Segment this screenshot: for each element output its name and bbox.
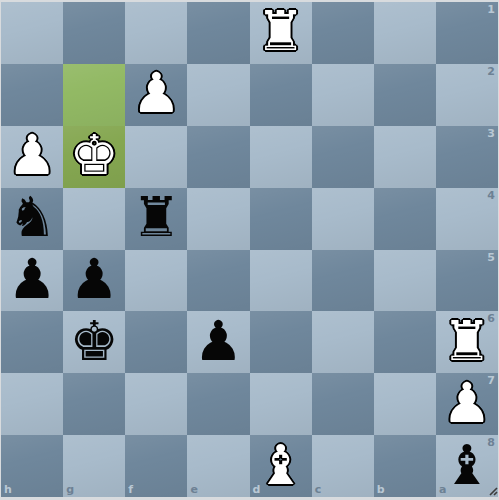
square-g5[interactable]: ♟: [63, 250, 125, 312]
square-d5[interactable]: [250, 250, 312, 312]
square-e4[interactable]: [187, 188, 249, 250]
square-c7[interactable]: [312, 373, 374, 435]
black-king: ♚: [70, 314, 119, 369]
board-resize-handle-icon[interactable]: [487, 485, 498, 496]
square-a3[interactable]: 3: [436, 126, 498, 188]
square-b2[interactable]: [374, 64, 436, 126]
black-knight: ♞: [7, 190, 56, 245]
black-pawn: ♟: [70, 252, 119, 307]
square-c5[interactable]: [312, 250, 374, 312]
square-e8[interactable]: e: [187, 435, 249, 497]
square-d7[interactable]: [250, 373, 312, 435]
square-d6[interactable]: [250, 311, 312, 373]
square-h6[interactable]: [1, 311, 63, 373]
white-pawn: ♟: [7, 128, 56, 183]
square-d8[interactable]: ♝d: [250, 435, 312, 497]
square-f2[interactable]: ♟: [125, 64, 187, 126]
square-a6[interactable]: ♜6: [436, 311, 498, 373]
square-b4[interactable]: [374, 188, 436, 250]
file-label-h: h: [4, 483, 12, 496]
rank-label-4: 4: [487, 189, 495, 202]
square-h5[interactable]: ♟: [1, 250, 63, 312]
square-c3[interactable]: [312, 126, 374, 188]
black-pawn: ♟: [7, 252, 56, 307]
square-a2[interactable]: 2: [436, 64, 498, 126]
square-f8[interactable]: f: [125, 435, 187, 497]
square-h2[interactable]: [1, 64, 63, 126]
square-h7[interactable]: [1, 373, 63, 435]
square-b8[interactable]: b: [374, 435, 436, 497]
square-a5[interactable]: 5: [436, 250, 498, 312]
square-d3[interactable]: [250, 126, 312, 188]
file-label-e: e: [190, 483, 197, 496]
square-e3[interactable]: [187, 126, 249, 188]
white-bishop: ♝: [256, 438, 305, 493]
square-g8[interactable]: g: [63, 435, 125, 497]
square-d2[interactable]: [250, 64, 312, 126]
square-g4[interactable]: [63, 188, 125, 250]
square-f4[interactable]: ♜: [125, 188, 187, 250]
white-pawn: ♟: [442, 376, 491, 431]
chess-board-screenshot: ♜1♟2♟♚3♞♜4♟♟5♚♟♜6♟7hgfe♝dcb♝a8: [0, 0, 499, 500]
square-c8[interactable]: c: [312, 435, 374, 497]
square-c2[interactable]: [312, 64, 374, 126]
file-label-a: a: [439, 483, 446, 496]
rank-label-3: 3: [487, 127, 495, 140]
square-c1[interactable]: [312, 2, 374, 64]
square-f6[interactable]: [125, 311, 187, 373]
square-f5[interactable]: [125, 250, 187, 312]
file-label-g: g: [66, 483, 74, 496]
square-b5[interactable]: [374, 250, 436, 312]
square-a7[interactable]: ♟7: [436, 373, 498, 435]
square-e5[interactable]: [187, 250, 249, 312]
rank-label-6: 6: [487, 312, 495, 325]
square-e6[interactable]: ♟: [187, 311, 249, 373]
black-rook: ♜: [132, 190, 181, 245]
rank-label-2: 2: [487, 65, 495, 78]
square-e7[interactable]: [187, 373, 249, 435]
rank-label-1: 1: [487, 3, 495, 16]
rank-label-7: 7: [487, 374, 495, 387]
white-king: ♚: [70, 128, 119, 183]
square-h3[interactable]: ♟: [1, 126, 63, 188]
square-b7[interactable]: [374, 373, 436, 435]
file-label-c: c: [315, 483, 322, 496]
rank-label-8: 8: [487, 436, 495, 449]
square-b6[interactable]: [374, 311, 436, 373]
square-b3[interactable]: [374, 126, 436, 188]
square-h1[interactable]: [1, 2, 63, 64]
square-g7[interactable]: [63, 373, 125, 435]
square-h8[interactable]: h: [1, 435, 63, 497]
square-g1[interactable]: [63, 2, 125, 64]
square-c6[interactable]: [312, 311, 374, 373]
white-rook: ♜: [256, 4, 305, 59]
file-label-d: d: [253, 483, 261, 496]
square-a1[interactable]: 1: [436, 2, 498, 64]
square-e1[interactable]: [187, 2, 249, 64]
square-g3[interactable]: ♚: [63, 126, 125, 188]
white-pawn: ♟: [132, 66, 181, 121]
square-h4[interactable]: ♞: [1, 188, 63, 250]
black-pawn: ♟: [194, 314, 243, 369]
square-g6[interactable]: ♚: [63, 311, 125, 373]
black-bishop: ♝: [442, 438, 491, 493]
square-d1[interactable]: ♜: [250, 2, 312, 64]
square-f7[interactable]: [125, 373, 187, 435]
square-g2[interactable]: [63, 64, 125, 126]
square-f3[interactable]: [125, 126, 187, 188]
square-e2[interactable]: [187, 64, 249, 126]
square-c4[interactable]: [312, 188, 374, 250]
chess-board: ♜1♟2♟♚3♞♜4♟♟5♚♟♜6♟7hgfe♝dcb♝a8: [1, 2, 498, 497]
white-rook: ♜: [442, 314, 491, 369]
rank-label-5: 5: [487, 251, 495, 264]
square-d4[interactable]: [250, 188, 312, 250]
square-b1[interactable]: [374, 2, 436, 64]
file-label-b: b: [377, 483, 385, 496]
square-a4[interactable]: 4: [436, 188, 498, 250]
file-label-f: f: [128, 483, 133, 496]
square-f1[interactable]: [125, 2, 187, 64]
